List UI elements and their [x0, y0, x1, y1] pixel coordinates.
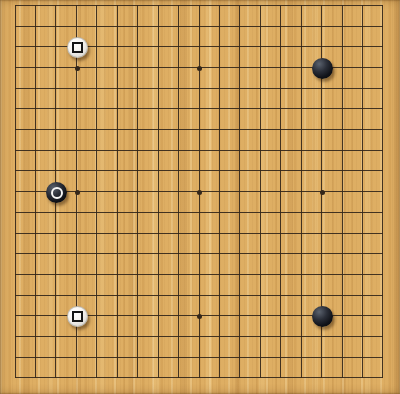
stones-layer [0, 0, 400, 394]
square-marker-icon [72, 311, 83, 322]
stone-black-Q4[interactable] [312, 306, 333, 327]
stone-black-C10[interactable] [46, 182, 67, 203]
stone-white-D17[interactable] [67, 37, 88, 58]
go-board[interactable] [0, 0, 400, 394]
stone-black-Q16[interactable] [312, 58, 333, 79]
stone-white-D4[interactable] [67, 306, 88, 327]
square-marker-icon [72, 42, 83, 53]
circle-marker-icon [51, 187, 63, 199]
